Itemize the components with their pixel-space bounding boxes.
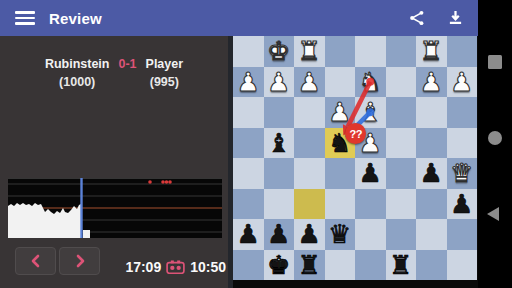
black-pawn: ♟ xyxy=(233,219,264,250)
square-a8[interactable] xyxy=(447,250,478,281)
square-h2[interactable]: ♟ xyxy=(233,67,264,98)
previous-move-button[interactable] xyxy=(15,247,56,275)
square-c1[interactable] xyxy=(386,36,417,67)
recents-icon[interactable] xyxy=(488,55,502,69)
square-a5[interactable]: ♛ xyxy=(447,158,478,189)
app-bar: Review xyxy=(0,0,478,36)
square-a6[interactable]: ♟ xyxy=(447,189,478,220)
square-h6[interactable] xyxy=(233,189,264,220)
white-rook: ♜ xyxy=(416,36,447,67)
square-g5[interactable] xyxy=(264,158,295,189)
square-c4[interactable] xyxy=(386,128,417,159)
square-e6[interactable] xyxy=(325,189,356,220)
square-g2[interactable]: ♟ xyxy=(264,67,295,98)
page-title: Review xyxy=(49,10,102,27)
white-clock: 17:09 xyxy=(125,259,161,275)
white-pawn: ♟ xyxy=(355,128,386,159)
white-pawn: ♟ xyxy=(416,67,447,98)
square-c2[interactable] xyxy=(386,67,417,98)
square-d3[interactable]: ♝ xyxy=(355,97,386,128)
white-pawn: ♟ xyxy=(325,97,356,128)
white-pawn: ♟ xyxy=(264,67,295,98)
square-d4[interactable]: ♟ xyxy=(355,128,386,159)
square-f3[interactable] xyxy=(294,97,325,128)
black-rook: ♜ xyxy=(386,250,417,281)
clocks: 17:09 10:50 xyxy=(125,259,226,275)
black-bishop: ♝ xyxy=(264,128,295,159)
square-e7[interactable]: ♛ xyxy=(325,219,356,250)
white-rook: ♜ xyxy=(294,36,325,67)
black-player-name: Player xyxy=(146,57,184,72)
square-f5[interactable] xyxy=(294,158,325,189)
back-icon[interactable] xyxy=(487,207,499,221)
players-header: Rubinstein (1000) 0-1 Player (995) xyxy=(0,57,228,92)
white-queen: ♛ xyxy=(447,158,478,189)
black-pawn: ♟ xyxy=(447,189,478,220)
black-clock: 10:50 xyxy=(190,259,226,275)
square-g1[interactable]: ♚ xyxy=(264,36,295,67)
square-a4[interactable] xyxy=(447,128,478,159)
square-b8[interactable] xyxy=(416,250,447,281)
square-g3[interactable] xyxy=(264,97,295,128)
chess-clock-icon xyxy=(166,260,185,274)
square-h8[interactable] xyxy=(233,250,264,281)
white-player-name: Rubinstein xyxy=(45,57,110,72)
square-f6[interactable] xyxy=(294,189,325,220)
square-f2[interactable]: ♟ xyxy=(294,67,325,98)
square-b2[interactable]: ♟ xyxy=(416,67,447,98)
square-f1[interactable]: ♜ xyxy=(294,36,325,67)
square-b5[interactable]: ♟ xyxy=(416,158,447,189)
next-move-button[interactable] xyxy=(59,247,100,275)
square-g8[interactable]: ♚ xyxy=(264,250,295,281)
square-h1[interactable] xyxy=(233,36,264,67)
black-pawn: ♟ xyxy=(264,219,295,250)
square-f8[interactable]: ♜ xyxy=(294,250,325,281)
square-f4[interactable] xyxy=(294,128,325,159)
square-e2[interactable] xyxy=(325,67,356,98)
square-g6[interactable] xyxy=(264,189,295,220)
white-pawn: ♟ xyxy=(294,67,325,98)
black-knight: ♞ xyxy=(325,128,356,159)
android-nav-bar xyxy=(478,0,512,288)
square-d2[interactable]: ♞ xyxy=(355,67,386,98)
black-pawn: ♟ xyxy=(355,158,386,189)
download-icon[interactable] xyxy=(446,9,464,27)
black-queen: ♛ xyxy=(325,219,356,250)
square-c5[interactable] xyxy=(386,158,417,189)
square-b1[interactable]: ♜ xyxy=(416,36,447,67)
square-c8[interactable]: ♜ xyxy=(386,250,417,281)
square-c6[interactable] xyxy=(386,189,417,220)
square-d6[interactable] xyxy=(355,189,386,220)
square-b6[interactable] xyxy=(416,189,447,220)
review-panel: Rubinstein (1000) 0-1 Player (995) 17:09 xyxy=(0,36,228,288)
black-player-rating: (995) xyxy=(150,72,179,92)
home-icon[interactable] xyxy=(488,131,502,145)
square-b4[interactable] xyxy=(416,128,447,159)
square-h3[interactable] xyxy=(233,97,264,128)
app-screen: Review Rubinstein (100 xyxy=(0,0,512,288)
square-c3[interactable] xyxy=(386,97,417,128)
square-e3[interactable]: ♟ xyxy=(325,97,356,128)
menu-icon[interactable] xyxy=(15,11,35,25)
square-a2[interactable]: ♟ xyxy=(447,67,478,98)
evaluation-graph[interactable] xyxy=(8,178,222,238)
white-pawn: ♟ xyxy=(447,67,478,98)
square-d7[interactable] xyxy=(355,219,386,250)
square-a7[interactable] xyxy=(447,219,478,250)
square-e1[interactable] xyxy=(325,36,356,67)
square-b3[interactable] xyxy=(416,97,447,128)
square-e5[interactable] xyxy=(325,158,356,189)
square-g7[interactable]: ♟ xyxy=(264,219,295,250)
square-h7[interactable]: ♟ xyxy=(233,219,264,250)
white-player-rating: (1000) xyxy=(59,72,95,92)
black-rook: ♜ xyxy=(294,250,325,281)
game-result: 0-1 xyxy=(118,57,136,92)
black-pawn: ♟ xyxy=(294,219,325,250)
square-h4[interactable] xyxy=(233,128,264,159)
square-g4[interactable]: ♝ xyxy=(264,128,295,159)
square-b7[interactable] xyxy=(416,219,447,250)
black-pawn: ♟ xyxy=(416,158,447,189)
square-h5[interactable] xyxy=(233,158,264,189)
square-f7[interactable]: ♟ xyxy=(294,219,325,250)
white-pawn: ♟ xyxy=(233,67,264,98)
square-d1[interactable] xyxy=(355,36,386,67)
square-d5[interactable]: ♟ xyxy=(355,158,386,189)
white-bishop: ♝ xyxy=(355,97,386,128)
square-d8[interactable] xyxy=(355,250,386,281)
black-king: ♚ xyxy=(264,250,295,281)
square-a3[interactable] xyxy=(447,97,478,128)
square-a1[interactable] xyxy=(447,36,478,67)
square-e4[interactable]: ♞ xyxy=(325,128,356,159)
square-c7[interactable] xyxy=(386,219,417,250)
share-icon[interactable] xyxy=(408,9,426,27)
chess-board[interactable]: ♚♜♜♟♟♟♞♟♟♟♝♝♞♟♟♟♛♟♟♟♟♛♚♜♜ xyxy=(233,36,477,280)
white-king: ♚ xyxy=(264,36,295,67)
white-knight: ♞ xyxy=(355,67,386,98)
square-e8[interactable] xyxy=(325,250,356,281)
